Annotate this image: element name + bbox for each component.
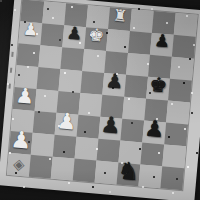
square-g2[interactable] [140,142,164,166]
square-d3[interactable] [77,115,101,139]
square-c2[interactable] [53,135,77,159]
square-b5[interactable] [37,67,61,91]
square-d7[interactable]: ♚ [84,27,108,51]
square-c5[interactable] [58,69,82,93]
piece-white-rook-e8[interactable]: ♜ [112,7,128,24]
square-b1[interactable] [29,155,53,179]
square-a6[interactable] [17,43,41,67]
square-e8[interactable]: ♜ [108,7,132,31]
square-c7[interactable]: ♟ [62,25,86,49]
chessboard: ♜♟♟♚♟♟♚♟♟♟♟♟◈♞ [6,0,199,191]
frame-coordinate-smudge [8,84,10,89]
chessboard-frame: ♜♟♟♚♟♟♚♟♟♟♟♟◈♞ [0,0,200,200]
piece-black-pawn-g7[interactable]: ♟ [154,33,171,51]
square-e7[interactable] [106,29,130,53]
piece-white-pawn-a4[interactable]: ♟ [15,85,35,107]
square-h8[interactable] [174,13,198,37]
square-f4[interactable] [122,97,146,121]
square-b4[interactable] [35,89,59,113]
square-h2[interactable] [162,144,186,168]
piece-black-pawn-e3[interactable]: ♟ [100,114,122,138]
square-d5[interactable] [80,71,104,95]
square-e2[interactable] [97,139,121,163]
square-d6[interactable] [82,49,106,73]
piece-black-king-g5[interactable]: ♚ [149,75,168,96]
piece-black-pawn-e5[interactable]: ♟ [105,71,124,92]
square-h7[interactable] [172,35,196,59]
square-d1[interactable] [73,159,97,183]
square-f1[interactable]: ♞ [117,162,141,186]
square-h6[interactable] [170,57,194,81]
piece-black-pawn-c7[interactable]: ♟ [66,25,83,43]
square-a1[interactable]: ◈ [7,153,31,177]
square-c6[interactable] [60,47,84,71]
square-e5[interactable]: ♟ [102,73,126,97]
square-g3[interactable]: ♟ [142,121,166,145]
square-a4[interactable]: ♟ [13,87,37,111]
square-e1[interactable] [95,161,119,185]
piece-white-king-d7[interactable]: ♚ [88,27,105,45]
piece-black-knight-f1[interactable]: ♞ [117,158,141,184]
square-f3[interactable] [120,119,144,143]
square-c1[interactable] [51,157,75,181]
square-h4[interactable] [166,101,190,125]
square-h5[interactable] [168,79,192,103]
square-b3[interactable] [33,111,57,135]
piece-white-pawn-c3[interactable]: ♟ [56,110,78,134]
square-b6[interactable] [38,45,62,69]
square-b8[interactable] [42,1,66,25]
square-f6[interactable] [126,53,150,77]
square-g1[interactable] [138,164,162,188]
square-h1[interactable] [160,166,184,190]
piece-black-pawn-g3[interactable]: ♟ [144,118,166,142]
piece-white-pawn-a7[interactable]: ♟ [22,21,39,39]
photo-canvas: ♜♟♟♚♟♟♚♟♟♟♟♟◈♞ [0,0,200,200]
frame-coordinate-smudge [10,68,12,73]
square-h3[interactable] [164,122,188,146]
square-f7[interactable] [128,31,152,55]
square-b2[interactable] [31,133,55,157]
square-b7[interactable] [40,23,64,47]
frame-coordinate-smudge [11,52,13,57]
square-e3[interactable]: ♟ [98,117,122,141]
square-d2[interactable] [75,137,99,161]
square-a2[interactable]: ♟ [9,131,33,155]
corner-ornament: ◈ [12,157,25,173]
square-g5[interactable]: ♚ [146,77,170,101]
film-grain-dark-speckles [0,0,2,2]
square-f5[interactable] [124,75,148,99]
square-f8[interactable] [130,9,154,33]
square-g7[interactable]: ♟ [150,33,174,57]
square-a7[interactable]: ♟ [18,21,42,45]
square-d4[interactable] [78,93,102,117]
piece-white-pawn-a2[interactable]: ♟ [10,127,33,152]
film-grain-white-speckles [0,0,2,2]
square-c3[interactable]: ♟ [55,113,79,137]
